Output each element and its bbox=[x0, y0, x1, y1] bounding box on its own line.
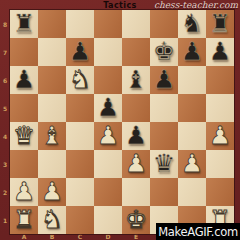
square-d5[interactable]: ♟ bbox=[94, 94, 122, 122]
rank-label-5: 5 bbox=[0, 94, 10, 122]
square-h6[interactable] bbox=[206, 66, 234, 94]
piece-white-knight: ♞ bbox=[69, 66, 91, 94]
square-b3[interactable] bbox=[38, 150, 66, 178]
piece-white-pawn: ♟ bbox=[13, 178, 35, 206]
piece-white-rook: ♜ bbox=[13, 206, 35, 234]
file-label-b: B bbox=[38, 233, 66, 240]
square-d3[interactable] bbox=[94, 150, 122, 178]
piece-white-knight: ♞ bbox=[41, 206, 63, 234]
square-d2[interactable] bbox=[94, 178, 122, 206]
square-a6[interactable]: ♟ bbox=[10, 66, 38, 94]
square-f7[interactable]: ♚ bbox=[150, 38, 178, 66]
board-frame: Tactics chess-teacher.com 87654321 ABCDE… bbox=[0, 0, 240, 240]
square-b1[interactable]: ♞ bbox=[38, 206, 66, 234]
square-a2[interactable]: ♟ bbox=[10, 178, 38, 206]
square-a1[interactable]: ♜ bbox=[10, 206, 38, 234]
square-c5[interactable] bbox=[66, 94, 94, 122]
piece-black-bishop: ♝ bbox=[125, 66, 147, 94]
square-a5[interactable] bbox=[10, 94, 38, 122]
rank-label-2: 2 bbox=[0, 178, 10, 206]
square-h7[interactable]: ♟ bbox=[206, 38, 234, 66]
square-f2[interactable] bbox=[150, 178, 178, 206]
square-d1[interactable] bbox=[94, 206, 122, 234]
rank-label-1: 1 bbox=[0, 206, 10, 234]
square-e1[interactable]: ♚ bbox=[122, 206, 150, 234]
square-c7[interactable]: ♟ bbox=[66, 38, 94, 66]
square-h5[interactable] bbox=[206, 94, 234, 122]
square-g8[interactable]: ♞ bbox=[178, 10, 206, 38]
piece-black-pawn: ♟ bbox=[97, 94, 119, 122]
file-label-d: D bbox=[94, 233, 122, 240]
square-g4[interactable] bbox=[178, 122, 206, 150]
piece-black-pawn: ♟ bbox=[181, 38, 203, 66]
rank-label-8: 8 bbox=[0, 10, 10, 38]
piece-white-king: ♚ bbox=[125, 206, 147, 234]
rank-label-7: 7 bbox=[0, 38, 10, 66]
piece-black-rook: ♜ bbox=[13, 10, 35, 38]
square-f5[interactable] bbox=[150, 94, 178, 122]
square-h3[interactable] bbox=[206, 150, 234, 178]
square-e7[interactable] bbox=[122, 38, 150, 66]
square-f8[interactable] bbox=[150, 10, 178, 38]
square-g6[interactable] bbox=[178, 66, 206, 94]
file-label-c: C bbox=[66, 233, 94, 240]
square-e6[interactable]: ♝ bbox=[122, 66, 150, 94]
square-f6[interactable]: ♟ bbox=[150, 66, 178, 94]
piece-black-queen: ♛ bbox=[153, 150, 175, 178]
square-e5[interactable] bbox=[122, 94, 150, 122]
piece-white-pawn: ♟ bbox=[209, 122, 231, 150]
square-g3[interactable]: ♟ bbox=[178, 150, 206, 178]
square-e3[interactable]: ♟ bbox=[122, 150, 150, 178]
square-h4[interactable]: ♟ bbox=[206, 122, 234, 150]
square-f4[interactable] bbox=[150, 122, 178, 150]
rank-label-6: 6 bbox=[0, 66, 10, 94]
square-c8[interactable] bbox=[66, 10, 94, 38]
piece-black-rook: ♜ bbox=[209, 10, 231, 38]
square-a7[interactable] bbox=[10, 38, 38, 66]
square-e8[interactable] bbox=[122, 10, 150, 38]
piece-black-pawn: ♟ bbox=[153, 66, 175, 94]
piece-black-pawn: ♟ bbox=[209, 38, 231, 66]
square-h2[interactable] bbox=[206, 178, 234, 206]
file-label-e: E bbox=[122, 233, 150, 240]
square-g5[interactable] bbox=[178, 94, 206, 122]
square-a3[interactable] bbox=[10, 150, 38, 178]
square-c4[interactable] bbox=[66, 122, 94, 150]
square-c2[interactable] bbox=[66, 178, 94, 206]
chess-board: ♜♞♜♟♚♟♟♟♞♝♟♟♛♝♟♟♟♟♛♟♟♟♜♞♚♜ bbox=[10, 10, 234, 234]
square-d4[interactable]: ♟ bbox=[94, 122, 122, 150]
square-c3[interactable] bbox=[66, 150, 94, 178]
square-h8[interactable]: ♜ bbox=[206, 10, 234, 38]
square-b7[interactable] bbox=[38, 38, 66, 66]
square-c1[interactable] bbox=[66, 206, 94, 234]
piece-black-pawn: ♟ bbox=[13, 66, 35, 94]
square-c6[interactable]: ♞ bbox=[66, 66, 94, 94]
piece-black-king: ♚ bbox=[153, 38, 175, 66]
piece-black-knight: ♞ bbox=[181, 10, 203, 38]
piece-black-pawn: ♟ bbox=[125, 122, 147, 150]
piece-white-queen: ♛ bbox=[13, 122, 35, 150]
square-a8[interactable]: ♜ bbox=[10, 10, 38, 38]
square-d6[interactable] bbox=[94, 66, 122, 94]
square-b2[interactable]: ♟ bbox=[38, 178, 66, 206]
square-b4[interactable]: ♝ bbox=[38, 122, 66, 150]
piece-white-pawn: ♟ bbox=[97, 122, 119, 150]
square-a4[interactable]: ♛ bbox=[10, 122, 38, 150]
square-b5[interactable] bbox=[38, 94, 66, 122]
square-f3[interactable]: ♛ bbox=[150, 150, 178, 178]
square-g2[interactable] bbox=[178, 178, 206, 206]
piece-white-bishop: ♝ bbox=[41, 122, 63, 150]
piece-white-pawn: ♟ bbox=[41, 178, 63, 206]
square-d7[interactable] bbox=[94, 38, 122, 66]
square-e2[interactable] bbox=[122, 178, 150, 206]
file-label-a: A bbox=[10, 233, 38, 240]
square-d8[interactable] bbox=[94, 10, 122, 38]
piece-white-pawn: ♟ bbox=[181, 150, 203, 178]
rank-labels: 87654321 bbox=[0, 10, 10, 234]
piece-white-pawn: ♟ bbox=[125, 150, 147, 178]
rank-label-3: 3 bbox=[0, 150, 10, 178]
watermark: MakeAGIF.com bbox=[156, 223, 240, 240]
square-e4[interactable]: ♟ bbox=[122, 122, 150, 150]
piece-black-pawn: ♟ bbox=[69, 38, 91, 66]
rank-label-4: 4 bbox=[0, 122, 10, 150]
square-b6[interactable] bbox=[38, 66, 66, 94]
square-b8[interactable] bbox=[38, 10, 66, 38]
square-g7[interactable]: ♟ bbox=[178, 38, 206, 66]
